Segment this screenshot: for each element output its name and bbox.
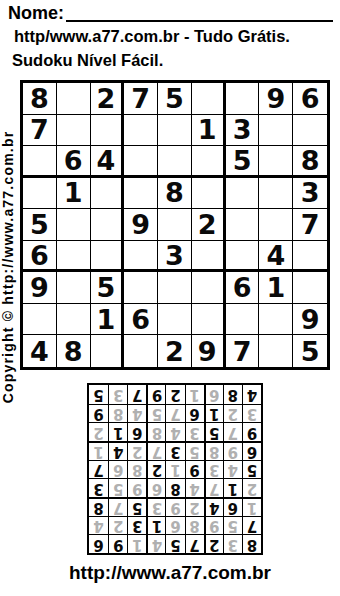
- solution-cell: 1: [108, 422, 127, 441]
- solution-cell: 7: [165, 404, 184, 423]
- puzzle-cell[interactable]: [293, 115, 327, 147]
- puzzle-cell[interactable]: [57, 304, 91, 336]
- puzzle-cell[interactable]: 9: [192, 335, 226, 367]
- solution-cell: 8: [127, 460, 146, 479]
- puzzle-cell[interactable]: [57, 241, 91, 273]
- solution-cell: 3: [242, 404, 261, 423]
- solution-cell: 3: [108, 385, 127, 404]
- puzzle-cell[interactable]: [158, 209, 192, 241]
- puzzle-cell[interactable]: [293, 272, 327, 304]
- solution-cell: 6: [108, 460, 127, 479]
- solution-cell: 4: [127, 404, 146, 423]
- solution-cell: 8: [89, 497, 108, 516]
- puzzle-cell[interactable]: [124, 335, 158, 367]
- puzzle-cell[interactable]: 7: [293, 209, 327, 241]
- puzzle-cell[interactable]: [259, 178, 293, 210]
- puzzle-cell[interactable]: [259, 115, 293, 147]
- puzzle-cell[interactable]: [57, 209, 91, 241]
- puzzle-cell[interactable]: [259, 304, 293, 336]
- puzzle-cell[interactable]: 8: [57, 335, 91, 367]
- solution-cell: 5: [165, 534, 184, 553]
- level-title: Sudoku Nível Fácil.: [12, 51, 163, 70]
- solution-cell: 5: [146, 404, 165, 423]
- solution-cell: 3: [89, 478, 108, 497]
- puzzle-cell[interactable]: 6: [57, 146, 91, 178]
- solution-cell: 8: [223, 385, 242, 404]
- solution-cell: 2: [108, 516, 127, 535]
- solution-cell: 4: [242, 385, 261, 404]
- puzzle-cell[interactable]: [158, 115, 192, 147]
- solution-cell: 9: [223, 441, 242, 460]
- solution-cell: 8: [108, 404, 127, 423]
- puzzle-cell[interactable]: 7: [124, 83, 158, 115]
- puzzle-cell[interactable]: 8: [293, 146, 327, 178]
- solution-cell: 4: [165, 422, 184, 441]
- puzzle-cell[interactable]: [158, 272, 192, 304]
- solution-cell: 6: [185, 404, 204, 423]
- puzzle-cell[interactable]: [259, 335, 293, 367]
- sudoku-solution-grid: 8327541967598613241642935782174869535439…: [87, 383, 263, 555]
- puzzle-cell[interactable]: 6: [23, 241, 57, 273]
- puzzle-cell[interactable]: 8: [158, 178, 192, 210]
- puzzle-cell[interactable]: [226, 83, 260, 115]
- solution-cell: 9: [108, 534, 127, 553]
- name-underline: [66, 4, 333, 22]
- puzzle-cell[interactable]: 1: [91, 304, 125, 336]
- site-url-line: http/www.a77.com.br - Tudo Grátis.: [14, 27, 290, 46]
- name-row: Nome:: [8, 3, 333, 23]
- solution-cell: 5: [242, 460, 261, 479]
- solution-cell: 7: [127, 385, 146, 404]
- solution-cell: 2: [146, 460, 165, 479]
- solution-cell: 7: [185, 534, 204, 553]
- puzzle-cell[interactable]: [91, 178, 125, 210]
- solution-cell: 1: [89, 441, 108, 460]
- puzzle-cell[interactable]: [124, 115, 158, 147]
- solution-cell: 7: [146, 441, 165, 460]
- solution-cell: 3: [127, 516, 146, 535]
- solution-cell: 5: [185, 441, 204, 460]
- solution-cell: 7: [108, 497, 127, 516]
- solution-cell: 3: [223, 534, 242, 553]
- solution-cell: 9: [185, 460, 204, 479]
- solution-cell: 1: [223, 478, 242, 497]
- puzzle-cell[interactable]: 7: [23, 115, 57, 147]
- puzzle-cell[interactable]: 3: [226, 115, 260, 147]
- solution-cell: 1: [204, 404, 223, 423]
- solution-cell: 4: [146, 534, 165, 553]
- solution-cell: 4: [108, 441, 127, 460]
- solution-cell: 2: [165, 385, 184, 404]
- solution-cell: 9: [89, 404, 108, 423]
- puzzle-cell[interactable]: [192, 83, 226, 115]
- puzzle-cell[interactable]: [226, 178, 260, 210]
- solution-cell: 9: [165, 497, 184, 516]
- puzzle-cell[interactable]: [192, 178, 226, 210]
- solution-cell: 9: [127, 478, 146, 497]
- solution-cell: 7: [204, 478, 223, 497]
- puzzle-cell[interactable]: 5: [293, 335, 327, 367]
- solution-cell: 4: [204, 497, 223, 516]
- solution-cell: 2: [185, 497, 204, 516]
- solution-cell: 2: [204, 534, 223, 553]
- puzzle-cell[interactable]: 9: [259, 83, 293, 115]
- solution-cell: 6: [127, 422, 146, 441]
- puzzle-cell[interactable]: [124, 146, 158, 178]
- puzzle-cell[interactable]: 1: [259, 272, 293, 304]
- puzzle-cell[interactable]: [57, 83, 91, 115]
- solution-cell: 3: [165, 441, 184, 460]
- puzzle-cell[interactable]: [293, 241, 327, 273]
- puzzle-cell[interactable]: [192, 146, 226, 178]
- solution-cell: 1: [127, 534, 146, 553]
- puzzle-cell[interactable]: 6: [293, 83, 327, 115]
- puzzle-cell[interactable]: [57, 115, 91, 147]
- puzzle-cell[interactable]: 3: [293, 178, 327, 210]
- solution-cell: 6: [146, 478, 165, 497]
- solution-cell: 7: [242, 516, 261, 535]
- puzzle-cell[interactable]: 1: [192, 115, 226, 147]
- solution-cell: 7: [223, 422, 242, 441]
- puzzle-cell[interactable]: 2: [192, 209, 226, 241]
- puzzle-cell[interactable]: [23, 146, 57, 178]
- puzzle-cell[interactable]: 4: [23, 335, 57, 367]
- solution-cell: 6: [89, 534, 108, 553]
- sudoku-puzzle-grid: 827596713645818359276349561169482975: [20, 80, 330, 370]
- puzzle-cell[interactable]: 6: [124, 304, 158, 336]
- solution-cell: 9: [146, 385, 165, 404]
- solution-cell: 8: [204, 441, 223, 460]
- puzzle-cell[interactable]: [226, 304, 260, 336]
- puzzle-cell[interactable]: 2: [158, 335, 192, 367]
- page-root: Nome: http/www.a77.com.br - Tudo Grátis.…: [0, 0, 340, 596]
- solution-cell: 5: [223, 516, 242, 535]
- solution-cell: 4: [223, 460, 242, 479]
- copyright-text: Copyright © http://www.a77.com.br: [0, 77, 18, 457]
- solution-cell: 8: [146, 422, 165, 441]
- solution-cell: 5: [108, 478, 127, 497]
- puzzle-cell[interactable]: [57, 272, 91, 304]
- puzzle-cell[interactable]: [192, 272, 226, 304]
- puzzle-cell[interactable]: 3: [158, 241, 192, 273]
- puzzle-cell[interactable]: [192, 241, 226, 273]
- puzzle-cell[interactable]: 6: [226, 272, 260, 304]
- solution-cell: 6: [242, 441, 261, 460]
- puzzle-cell[interactable]: [124, 241, 158, 273]
- solution-cell: 8: [185, 516, 204, 535]
- solution-cell: 6: [204, 385, 223, 404]
- puzzle-cell[interactable]: 7: [226, 335, 260, 367]
- puzzle-cell[interactable]: 5: [226, 146, 260, 178]
- puzzle-cell[interactable]: [226, 241, 260, 273]
- solution-cell: 8: [165, 478, 184, 497]
- puzzle-cell[interactable]: [91, 335, 125, 367]
- puzzle-cell[interactable]: 5: [158, 83, 192, 115]
- puzzle-cell[interactable]: [158, 146, 192, 178]
- solution-cell: 1: [185, 385, 204, 404]
- puzzle-cell[interactable]: 8: [23, 83, 57, 115]
- puzzle-cell[interactable]: 9: [23, 272, 57, 304]
- solution-cell: 1: [146, 516, 165, 535]
- puzzle-cell[interactable]: [91, 209, 125, 241]
- solution-cell: 7: [89, 460, 108, 479]
- puzzle-cell[interactable]: [23, 178, 57, 210]
- solution-cell: 6: [223, 497, 242, 516]
- solution-cell: 2: [242, 478, 261, 497]
- solution-cell: 5: [127, 497, 146, 516]
- footer-url: http://www.a77.com.br: [0, 562, 340, 584]
- puzzle-cell[interactable]: 5: [91, 272, 125, 304]
- solution-cell: 9: [204, 516, 223, 535]
- puzzle-cell[interactable]: [91, 115, 125, 147]
- solution-cell: 3: [185, 422, 204, 441]
- puzzle-cell[interactable]: [158, 304, 192, 336]
- solution-cell: 6: [165, 516, 184, 535]
- puzzle-cell[interactable]: 1: [57, 178, 91, 210]
- solution-cell: 3: [204, 460, 223, 479]
- solution-cell: 2: [127, 441, 146, 460]
- puzzle-cell[interactable]: [91, 241, 125, 273]
- puzzle-cell[interactable]: [124, 272, 158, 304]
- solution-cell: 9: [242, 422, 261, 441]
- solution-cell: 3: [146, 497, 165, 516]
- solution-cell: 2: [223, 404, 242, 423]
- puzzle-cell[interactable]: [259, 209, 293, 241]
- puzzle-cell[interactable]: 9: [293, 304, 327, 336]
- solution-cell: 2: [89, 422, 108, 441]
- solution-cell: 5: [204, 422, 223, 441]
- puzzle-cell[interactable]: 9: [124, 209, 158, 241]
- solution-cell: 1: [242, 497, 261, 516]
- puzzle-cell[interactable]: 2: [91, 83, 125, 115]
- name-label: Nome:: [8, 3, 64, 23]
- puzzle-cell[interactable]: 4: [91, 146, 125, 178]
- solution-cell: 1: [165, 460, 184, 479]
- puzzle-cell[interactable]: [124, 178, 158, 210]
- puzzle-cell[interactable]: 4: [259, 241, 293, 273]
- solution-cell: 8: [242, 534, 261, 553]
- puzzle-cell[interactable]: [192, 304, 226, 336]
- solution-cell: 4: [89, 516, 108, 535]
- puzzle-cell[interactable]: [259, 146, 293, 178]
- solution-cell: 4: [185, 478, 204, 497]
- puzzle-cell[interactable]: [23, 304, 57, 336]
- solution-cell: 5: [89, 385, 108, 404]
- puzzle-cell[interactable]: 5: [23, 209, 57, 241]
- puzzle-cell[interactable]: [226, 209, 260, 241]
